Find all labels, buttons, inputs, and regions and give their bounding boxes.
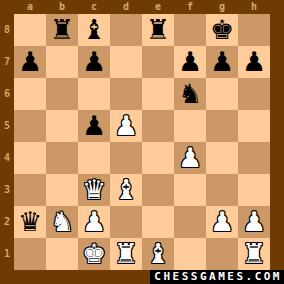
square-a2: ♛ xyxy=(14,206,46,238)
square-a1 xyxy=(14,238,46,270)
black-knight: ♞ xyxy=(178,78,202,110)
square-a5 xyxy=(14,110,46,142)
white-pawn: ♟ xyxy=(114,110,138,142)
square-f8 xyxy=(174,14,206,46)
black-pawn: ♟ xyxy=(18,46,42,78)
white-pawn: ♟ xyxy=(178,142,202,174)
square-b4 xyxy=(46,142,78,174)
square-h1: ♜ xyxy=(238,238,270,270)
square-c1: ♚ xyxy=(78,238,110,270)
square-a3 xyxy=(14,174,46,206)
square-e7 xyxy=(142,46,174,78)
square-h3 xyxy=(238,174,270,206)
file-label-a: a xyxy=(14,0,46,14)
square-d3: ♝ xyxy=(110,174,142,206)
square-g8: ♚ xyxy=(206,14,238,46)
black-pawn: ♟ xyxy=(82,46,106,78)
file-labels: abcdefgh xyxy=(14,0,270,14)
white-bishop: ♝ xyxy=(114,174,138,206)
square-c6 xyxy=(78,78,110,110)
square-b3 xyxy=(46,174,78,206)
black-rook: ♜ xyxy=(146,14,170,46)
square-d7 xyxy=(110,46,142,78)
square-a4 xyxy=(14,142,46,174)
white-pawn: ♟ xyxy=(210,206,234,238)
square-b7 xyxy=(46,46,78,78)
square-e6 xyxy=(142,78,174,110)
square-d1: ♜ xyxy=(110,238,142,270)
square-d6 xyxy=(110,78,142,110)
square-e3 xyxy=(142,174,174,206)
square-d5: ♟ xyxy=(110,110,142,142)
white-queen: ♛ xyxy=(82,174,106,206)
white-bishop: ♝ xyxy=(146,238,170,270)
white-rook: ♜ xyxy=(114,238,138,270)
square-h4 xyxy=(238,142,270,174)
square-f1 xyxy=(174,238,206,270)
square-b2: ♞ xyxy=(46,206,78,238)
white-king: ♚ xyxy=(82,238,106,270)
black-pawn: ♟ xyxy=(82,110,106,142)
square-a8 xyxy=(14,14,46,46)
white-knight: ♞ xyxy=(50,206,74,238)
file-label-d: d xyxy=(110,0,142,14)
square-h6 xyxy=(238,78,270,110)
square-b6 xyxy=(46,78,78,110)
square-g1 xyxy=(206,238,238,270)
rank-label-4: 4 xyxy=(0,142,14,174)
square-d8 xyxy=(110,14,142,46)
rank-label-7: 7 xyxy=(0,46,14,78)
square-g2: ♟ xyxy=(206,206,238,238)
file-label-c: c xyxy=(78,0,110,14)
square-f4: ♟ xyxy=(174,142,206,174)
black-pawn: ♟ xyxy=(210,46,234,78)
square-d2 xyxy=(110,206,142,238)
square-f2 xyxy=(174,206,206,238)
rank-labels: 87654321 xyxy=(0,14,14,270)
square-h8 xyxy=(238,14,270,46)
black-pawn: ♟ xyxy=(242,46,266,78)
rank-label-1: 1 xyxy=(0,238,14,270)
square-e5 xyxy=(142,110,174,142)
square-c3: ♛ xyxy=(78,174,110,206)
rank-label-6: 6 xyxy=(0,78,14,110)
square-g4 xyxy=(206,142,238,174)
file-label-h: h xyxy=(238,0,270,14)
file-label-f: f xyxy=(174,0,206,14)
rank-label-8: 8 xyxy=(0,14,14,46)
white-pawn: ♟ xyxy=(242,206,266,238)
square-h5 xyxy=(238,110,270,142)
black-king: ♚ xyxy=(210,14,234,46)
square-e4 xyxy=(142,142,174,174)
square-a7: ♟ xyxy=(14,46,46,78)
square-g3 xyxy=(206,174,238,206)
square-f6: ♞ xyxy=(174,78,206,110)
black-queen: ♛ xyxy=(18,206,42,238)
square-c5: ♟ xyxy=(78,110,110,142)
rank-label-3: 3 xyxy=(0,174,14,206)
site-branding: CHESSGAMES.COM xyxy=(150,270,284,284)
square-c7: ♟ xyxy=(78,46,110,78)
square-a6 xyxy=(14,78,46,110)
black-bishop: ♝ xyxy=(82,14,106,46)
square-g7: ♟ xyxy=(206,46,238,78)
white-pawn: ♟ xyxy=(82,206,106,238)
square-d4 xyxy=(110,142,142,174)
square-b1 xyxy=(46,238,78,270)
chess-board: ♜♝♜♚♟♟♟♟♟♞♟♟♟♛♝♛♞♟♟♟♚♜♝♜ xyxy=(14,14,270,270)
square-e1: ♝ xyxy=(142,238,174,270)
square-c2: ♟ xyxy=(78,206,110,238)
square-f3 xyxy=(174,174,206,206)
square-h2: ♟ xyxy=(238,206,270,238)
file-label-g: g xyxy=(206,0,238,14)
black-rook: ♜ xyxy=(50,14,74,46)
black-pawn: ♟ xyxy=(178,46,202,78)
square-g6 xyxy=(206,78,238,110)
square-c4 xyxy=(78,142,110,174)
rank-label-2: 2 xyxy=(0,206,14,238)
square-g5 xyxy=(206,110,238,142)
white-rook: ♜ xyxy=(242,238,266,270)
rank-label-5: 5 xyxy=(0,110,14,142)
square-e8: ♜ xyxy=(142,14,174,46)
square-c8: ♝ xyxy=(78,14,110,46)
file-label-e: e xyxy=(142,0,174,14)
square-b8: ♜ xyxy=(46,14,78,46)
square-h7: ♟ xyxy=(238,46,270,78)
file-label-b: b xyxy=(46,0,78,14)
square-f5 xyxy=(174,110,206,142)
square-b5 xyxy=(46,110,78,142)
chessgames-board-diagram: abcdefgh 87654321 ♜♝♜♚♟♟♟♟♟♞♟♟♟♛♝♛♞♟♟♟♚♜… xyxy=(0,0,284,284)
square-e2 xyxy=(142,206,174,238)
square-f7: ♟ xyxy=(174,46,206,78)
